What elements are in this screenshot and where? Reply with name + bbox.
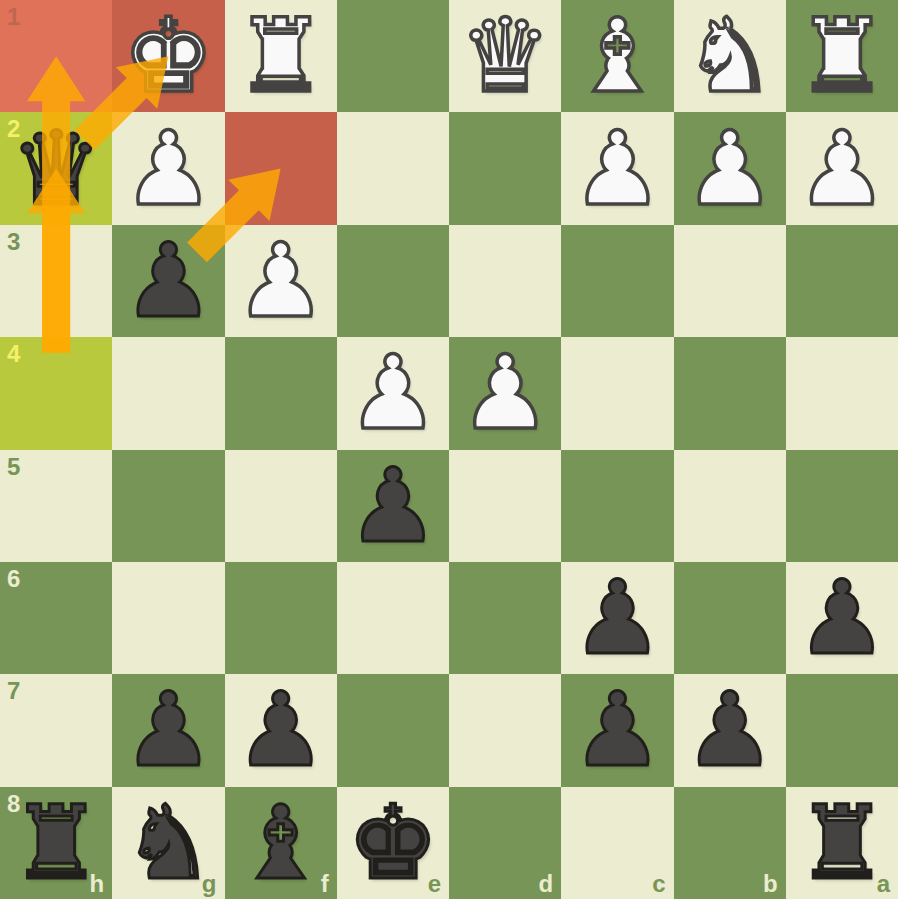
white-knight-b1[interactable]: ♞ (684, 5, 775, 107)
square-c7[interactable]: ♟ (561, 674, 673, 786)
square-b7[interactable]: ♟ (674, 674, 786, 786)
square-b6[interactable] (674, 562, 786, 674)
square-h5[interactable]: 5 (0, 450, 112, 562)
file-label-b: b (763, 870, 778, 898)
square-a1[interactable]: ♜ (786, 0, 898, 112)
square-b2[interactable]: ♟ (674, 112, 786, 224)
square-g4[interactable] (112, 337, 224, 449)
square-f6[interactable] (225, 562, 337, 674)
square-g6[interactable] (112, 562, 224, 674)
square-e3[interactable] (337, 225, 449, 337)
square-d8[interactable]: d (449, 787, 561, 899)
square-a5[interactable] (786, 450, 898, 562)
square-f4[interactable] (225, 337, 337, 449)
square-c1[interactable]: ♝ (561, 0, 673, 112)
square-e5[interactable]: ♟ (337, 450, 449, 562)
square-h7[interactable]: 7 (0, 674, 112, 786)
square-b4[interactable] (674, 337, 786, 449)
square-b5[interactable] (674, 450, 786, 562)
black-pawn-f7[interactable]: ♟ (235, 679, 326, 781)
square-e4[interactable]: ♟ (337, 337, 449, 449)
square-e7[interactable] (337, 674, 449, 786)
square-f2[interactable] (225, 112, 337, 224)
square-d6[interactable] (449, 562, 561, 674)
black-pawn-a6[interactable]: ♟ (796, 567, 887, 669)
square-c6[interactable]: ♟ (561, 562, 673, 674)
black-queen-h2[interactable]: ♛ (10, 118, 101, 220)
square-a4[interactable] (786, 337, 898, 449)
file-label-c: c (652, 870, 665, 898)
white-pawn-a2[interactable]: ♟ (796, 118, 887, 220)
white-pawn-d4[interactable]: ♟ (459, 342, 550, 444)
square-b1[interactable]: ♞ (674, 0, 786, 112)
square-a2[interactable]: ♟ (786, 112, 898, 224)
square-f1[interactable]: ♜ (225, 0, 337, 112)
white-rook-a1[interactable]: ♜ (796, 5, 887, 107)
square-g8[interactable]: g♞ (112, 787, 224, 899)
square-a3[interactable] (786, 225, 898, 337)
square-h8[interactable]: 8h♜ (0, 787, 112, 899)
chess-board: 1♚♜♛♝♞♜2♛♟♟♟♟3♟♟4♟♟5♟6♟♟7♟♟♟♟8h♜g♞f♝e♚dc… (0, 0, 898, 899)
white-pawn-c2[interactable]: ♟ (572, 118, 663, 220)
square-d4[interactable]: ♟ (449, 337, 561, 449)
black-knight-g8[interactable]: ♞ (123, 792, 214, 894)
black-rook-a8[interactable]: ♜ (796, 792, 887, 894)
square-d7[interactable] (449, 674, 561, 786)
rank-label-1: 1 (7, 3, 20, 31)
white-pawn-g2[interactable]: ♟ (123, 118, 214, 220)
square-e8[interactable]: e♚ (337, 787, 449, 899)
square-h1[interactable]: 1 (0, 0, 112, 112)
white-pawn-f3[interactable]: ♟ (235, 230, 326, 332)
black-pawn-g7[interactable]: ♟ (123, 679, 214, 781)
square-f7[interactable]: ♟ (225, 674, 337, 786)
square-g2[interactable]: ♟ (112, 112, 224, 224)
square-e1[interactable] (337, 0, 449, 112)
square-g5[interactable] (112, 450, 224, 562)
file-label-d: d (539, 870, 554, 898)
square-e2[interactable] (337, 112, 449, 224)
square-d3[interactable] (449, 225, 561, 337)
square-c5[interactable] (561, 450, 673, 562)
square-f8[interactable]: f♝ (225, 787, 337, 899)
square-d5[interactable] (449, 450, 561, 562)
square-a6[interactable]: ♟ (786, 562, 898, 674)
square-e6[interactable] (337, 562, 449, 674)
black-pawn-b7[interactable]: ♟ (684, 679, 775, 781)
black-pawn-e5[interactable]: ♟ (347, 455, 438, 557)
black-pawn-g3[interactable]: ♟ (123, 230, 214, 332)
square-h4[interactable]: 4 (0, 337, 112, 449)
square-c2[interactable]: ♟ (561, 112, 673, 224)
rank-label-7: 7 (7, 677, 20, 705)
square-h3[interactable]: 3 (0, 225, 112, 337)
white-rook-f1[interactable]: ♜ (235, 5, 326, 107)
black-bishop-f8[interactable]: ♝ (235, 792, 326, 894)
square-h2[interactable]: 2♛ (0, 112, 112, 224)
square-h6[interactable]: 6 (0, 562, 112, 674)
white-pawn-b2[interactable]: ♟ (684, 118, 775, 220)
black-pawn-c6[interactable]: ♟ (572, 567, 663, 669)
black-rook-h8[interactable]: ♜ (10, 792, 101, 894)
square-c3[interactable] (561, 225, 673, 337)
rank-label-6: 6 (7, 565, 20, 593)
square-d2[interactable] (449, 112, 561, 224)
square-f5[interactable] (225, 450, 337, 562)
rank-label-3: 3 (7, 228, 20, 256)
square-g1[interactable]: ♚ (112, 0, 224, 112)
square-g7[interactable]: ♟ (112, 674, 224, 786)
rank-label-5: 5 (7, 453, 20, 481)
square-f3[interactable]: ♟ (225, 225, 337, 337)
black-pawn-c7[interactable]: ♟ (572, 679, 663, 781)
white-king-g1[interactable]: ♚ (123, 5, 214, 107)
square-a7[interactable] (786, 674, 898, 786)
rank-label-4: 4 (7, 340, 20, 368)
white-queen-d1[interactable]: ♛ (459, 5, 550, 107)
square-d1[interactable]: ♛ (449, 0, 561, 112)
black-king-e8[interactable]: ♚ (347, 792, 438, 894)
white-bishop-c1[interactable]: ♝ (572, 5, 663, 107)
square-c8[interactable]: c (561, 787, 673, 899)
white-pawn-e4[interactable]: ♟ (347, 342, 438, 444)
square-b3[interactable] (674, 225, 786, 337)
square-c4[interactable] (561, 337, 673, 449)
square-g3[interactable]: ♟ (112, 225, 224, 337)
square-b8[interactable]: b (674, 787, 786, 899)
square-a8[interactable]: a♜ (786, 787, 898, 899)
